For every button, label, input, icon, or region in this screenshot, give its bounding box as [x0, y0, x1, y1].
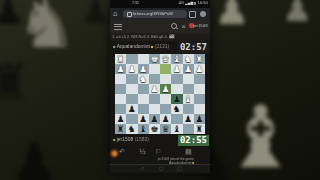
- piece-bP: ♟: [126, 104, 137, 114]
- square[interactable]: ♟: [115, 114, 126, 124]
- square[interactable]: ♝: [171, 54, 182, 64]
- piece-bP: ♟: [194, 114, 205, 124]
- square[interactable]: [138, 84, 149, 94]
- square[interactable]: [149, 74, 160, 84]
- screenshot-stage: ♟♞♟♟♟♜♝♞♟ 7:31 4G ▂▄▆ ▮ 10:50 ⌂ lichess.…: [0, 0, 320, 180]
- square[interactable]: ♛: [160, 124, 171, 134]
- square[interactable]: ♟: [126, 64, 137, 74]
- player-name[interactable]: jer1508 (1583): [113, 137, 149, 143]
- square[interactable]: [126, 114, 137, 124]
- move-strip: 1.e4c52.Nf3Nc63.Bb5g64.d4: [110, 33, 210, 41]
- square[interactable]: [171, 74, 182, 84]
- piece-wB: ♝: [171, 54, 182, 64]
- piece-bP: ♟: [115, 114, 126, 124]
- square[interactable]: [183, 124, 194, 134]
- challenge-x-icon[interactable]: ×: [181, 22, 186, 31]
- square[interactable]: ♜: [115, 124, 126, 134]
- resign-button[interactable]: ⚐: [155, 147, 161, 157]
- square[interactable]: [126, 84, 137, 94]
- piece-bK: ♚: [149, 124, 160, 134]
- lichess-header: × jer1508: [110, 20, 210, 33]
- square[interactable]: [194, 84, 205, 94]
- piece-wP: ♟: [126, 64, 137, 74]
- square[interactable]: ♛: [160, 54, 171, 64]
- game-controls: ↶½⚐▤: [110, 147, 210, 157]
- board-menu-button[interactable]: ▤: [185, 147, 192, 157]
- move-token[interactable]: c5: [122, 34, 126, 39]
- square[interactable]: [160, 64, 171, 74]
- square[interactable]: [115, 94, 126, 104]
- player-row: jer1508 (1583) 02:55: [110, 134, 210, 147]
- piece-bR: ♜: [115, 124, 126, 134]
- piece-bP: ♟: [183, 114, 194, 124]
- background-piece-icon: ♟: [10, 136, 58, 180]
- move-token[interactable]: e4: [116, 34, 120, 39]
- square[interactable]: ♟: [194, 114, 205, 124]
- phone-screen: 7:31 4G ▂▄▆ ▮ 10:50 ⌂ lichess.org/3PtSbP…: [110, 0, 210, 172]
- piece-bQ: ♛: [160, 124, 171, 134]
- hamburger-menu-icon[interactable]: [114, 24, 122, 31]
- square[interactable]: [171, 114, 182, 124]
- chat-panel: jer1508 joined the gameAqualandomint: [110, 157, 210, 164]
- android-nav-bar: ◁ ○ □: [110, 164, 210, 173]
- square[interactable]: ♝: [171, 124, 182, 134]
- home-nav-icon[interactable]: ○: [159, 165, 163, 172]
- url-text: lichess.org/3PtSbPnW: [133, 11, 173, 16]
- square[interactable]: ♟: [126, 104, 137, 114]
- square[interactable]: ♝: [138, 124, 149, 134]
- move-token[interactable]: Bb5: [151, 34, 158, 39]
- square[interactable]: ♜: [194, 124, 205, 134]
- square[interactable]: [126, 94, 137, 104]
- piece-wK: ♚: [149, 54, 160, 64]
- header-username[interactable]: jer1508: [193, 23, 208, 28]
- square[interactable]: [149, 64, 160, 74]
- player-clock: 02:55: [178, 135, 209, 146]
- square[interactable]: [115, 74, 126, 84]
- move-token[interactable]: 4.: [165, 34, 168, 39]
- square[interactable]: ♟: [138, 64, 149, 74]
- piece-wP: ♟: [149, 84, 160, 94]
- browser-url-bar: ⌂ lichess.org/3PtSbPnW: [110, 8, 210, 20]
- square[interactable]: [126, 54, 137, 64]
- square[interactable]: [126, 74, 137, 84]
- move-token[interactable]: d4: [169, 34, 174, 39]
- square[interactable]: [149, 104, 160, 114]
- square[interactable]: [160, 94, 171, 104]
- move-list: 1.e4c52.Nf3Nc63.Bb5g64.d4: [112, 34, 175, 39]
- piece-bN: ♞: [171, 104, 182, 114]
- piece-bB: ♝: [171, 124, 182, 134]
- square[interactable]: ♝: [183, 94, 194, 104]
- orange-glow-decoration: [111, 150, 118, 157]
- piece-bR: ♜: [194, 124, 205, 134]
- background-piece-icon: ♞: [16, 0, 77, 58]
- square[interactable]: [183, 74, 194, 84]
- tab-switcher-icon[interactable]: [189, 11, 196, 18]
- square[interactable]: ♞: [183, 54, 194, 64]
- square[interactable]: [183, 84, 194, 94]
- home-icon[interactable]: ⌂: [113, 10, 117, 18]
- online-dot-icon: [113, 139, 115, 141]
- url-field[interactable]: lichess.org/3PtSbPnW: [123, 10, 187, 18]
- piece-wP: ♟: [160, 84, 171, 94]
- takeback-button[interactable]: ↶: [119, 147, 125, 157]
- status-icons: 4G ▂▄▆ ▮ 10:50: [179, 1, 208, 5]
- lock-icon: [127, 12, 132, 17]
- square[interactable]: ♟: [149, 114, 160, 124]
- player-rating: (1583): [135, 137, 149, 143]
- square[interactable]: ♟: [183, 64, 194, 74]
- piece-wR: ♜: [115, 54, 126, 64]
- square[interactable]: ♟: [183, 114, 194, 124]
- square[interactable]: ♞: [138, 74, 149, 84]
- square[interactable]: ♟: [194, 64, 205, 74]
- square[interactable]: [149, 94, 160, 104]
- opponent-name[interactable]: Aqualandomint(2131): [113, 44, 169, 50]
- background-piece-icon: ♜: [0, 58, 31, 108]
- opponent-clock: 02:57: [178, 42, 209, 53]
- background-piece-icon: ♟: [282, 0, 312, 26]
- square[interactable]: [194, 104, 205, 114]
- square[interactable]: [138, 104, 149, 114]
- square[interactable]: [160, 104, 171, 114]
- square[interactable]: [115, 104, 126, 114]
- status-time: 7:31: [132, 1, 139, 5]
- square[interactable]: [194, 94, 205, 104]
- piece-bP: ♟: [171, 94, 182, 104]
- piece-bP: ♟: [138, 114, 149, 124]
- draw-offer-button[interactable]: ½: [139, 147, 146, 157]
- piece-wR: ♜: [194, 54, 205, 64]
- opponent-row: Aqualandomint(2131) 02:57: [110, 41, 210, 54]
- move-token[interactable]: 2.: [127, 34, 130, 39]
- piece-wP: ♟: [183, 64, 194, 74]
- square[interactable]: [194, 74, 205, 84]
- move-token[interactable]: 1.: [112, 34, 115, 39]
- move-token[interactable]: Nc6: [139, 34, 146, 39]
- opponent-rating: (2131): [155, 44, 169, 50]
- piece-bP: ♟: [160, 114, 171, 124]
- move-token[interactable]: Nf3: [131, 34, 137, 39]
- piece-wN: ♞: [183, 54, 194, 64]
- piece-bP: ♟: [149, 114, 160, 124]
- square[interactable]: ♟: [171, 64, 182, 74]
- piece-wP: ♟: [138, 64, 149, 74]
- square[interactable]: ♟: [115, 64, 126, 74]
- square[interactable]: ♞: [126, 124, 137, 134]
- piece-bN: ♞: [126, 124, 137, 134]
- piece-bB: ♝: [138, 124, 149, 134]
- piece-wP: ♟: [171, 64, 182, 74]
- square[interactable]: [171, 84, 182, 94]
- square[interactable]: ♞: [171, 104, 182, 114]
- piece-wB: ♝: [183, 94, 194, 104]
- square[interactable]: [138, 54, 149, 64]
- patron-flair-icon: [151, 46, 153, 48]
- background-piece-icon: ♟: [214, 0, 250, 30]
- square[interactable]: ♟: [149, 84, 160, 94]
- move-token[interactable]: g6: [159, 34, 163, 39]
- square[interactable]: [160, 74, 171, 84]
- square[interactable]: [138, 94, 149, 104]
- recents-icon[interactable]: □: [177, 165, 182, 172]
- square[interactable]: ♜: [115, 54, 126, 64]
- square[interactable]: ♚: [149, 54, 160, 64]
- chess-board[interactable]: ♜♚♛♝♞♜♟♟♟♟♟♟♞♟♟♟♝♟♞♟♟♟♟♟♟♜♞♝♚♛♝♜: [115, 54, 205, 134]
- square[interactable]: ♟: [160, 114, 171, 124]
- search-icon[interactable]: [171, 23, 177, 29]
- android-status-bar: 7:31 4G ▂▄▆ ▮ 10:50: [110, 0, 210, 8]
- piece-wP: ♟: [194, 64, 205, 74]
- square[interactable]: ♟: [160, 84, 171, 94]
- square[interactable]: ♟: [138, 114, 149, 124]
- move-token[interactable]: 3.: [147, 34, 150, 39]
- online-dot-icon: [113, 46, 115, 48]
- background-piece-icon: ♟: [80, 0, 110, 28]
- piece-wN: ♞: [138, 74, 149, 84]
- square[interactable]: [183, 104, 194, 114]
- browser-menu-icon[interactable]: [200, 11, 206, 17]
- piece-wQ: ♛: [160, 54, 171, 64]
- piece-wP: ♟: [115, 64, 126, 74]
- square[interactable]: ♟: [171, 94, 182, 104]
- back-icon[interactable]: ◁: [140, 165, 144, 172]
- square[interactable]: ♚: [149, 124, 160, 134]
- square[interactable]: ♜: [194, 54, 205, 64]
- square[interactable]: [115, 84, 126, 94]
